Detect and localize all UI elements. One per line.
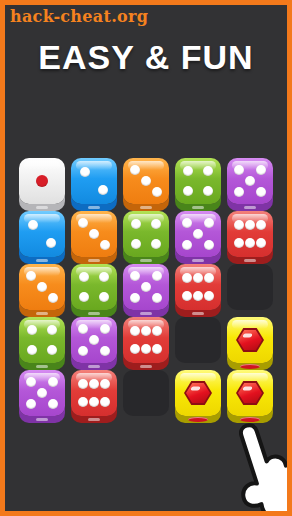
pip	[152, 326, 162, 336]
pip	[37, 282, 47, 292]
pip	[28, 220, 38, 230]
pip	[130, 326, 140, 336]
die-white-1-r1c1[interactable]	[19, 158, 65, 204]
pip	[182, 218, 192, 228]
die-green-4-r2c3[interactable]	[123, 211, 169, 257]
die-red-6-r4c3[interactable]	[123, 317, 169, 363]
pip	[89, 229, 99, 239]
pip	[47, 345, 57, 355]
pip	[27, 325, 37, 335]
pip	[234, 238, 244, 248]
pip	[152, 271, 162, 281]
pip	[36, 175, 48, 187]
pip	[182, 240, 192, 250]
pip	[100, 379, 110, 389]
pip	[183, 166, 193, 176]
die-blue-2-r1c2[interactable]	[71, 158, 117, 204]
pip	[256, 220, 266, 230]
die-purple-5-r5c1[interactable]	[19, 370, 65, 416]
pip	[256, 238, 266, 248]
pip	[141, 282, 151, 292]
die-green-4-r3c2[interactable]	[71, 264, 117, 310]
die-red-6-r5c2[interactable]	[71, 370, 117, 416]
pip	[151, 239, 161, 249]
pip	[131, 239, 141, 249]
pip	[234, 187, 244, 197]
pip	[204, 273, 214, 283]
pip	[193, 273, 203, 283]
pip	[46, 238, 56, 248]
pip	[26, 377, 36, 387]
pip	[130, 165, 140, 175]
pip	[26, 271, 36, 281]
pip	[203, 186, 213, 196]
pip	[130, 293, 140, 303]
pip	[151, 219, 161, 229]
pip	[100, 397, 110, 407]
gem-icon	[236, 381, 264, 406]
pip	[78, 379, 88, 389]
pip	[256, 165, 266, 175]
empty-slot-r3c5[interactable]	[227, 264, 273, 310]
pip	[98, 185, 108, 195]
pip	[47, 325, 57, 335]
die-red-6-r2c5[interactable]	[227, 211, 273, 257]
pip	[78, 397, 88, 407]
gem-icon	[236, 328, 264, 353]
pip	[182, 273, 192, 283]
pip	[193, 229, 203, 239]
pip	[130, 271, 140, 281]
pip	[26, 399, 36, 409]
pip	[245, 238, 255, 248]
die-yellow-gem-r5c4[interactable]	[175, 370, 221, 416]
pip	[48, 293, 58, 303]
pip	[193, 291, 203, 301]
die-yellow-gem-r4c5[interactable]	[227, 317, 273, 363]
pip	[48, 377, 58, 387]
die-purple-5-r4c2[interactable]	[71, 317, 117, 363]
pip	[182, 291, 192, 301]
pip	[89, 335, 99, 345]
pip	[79, 272, 89, 282]
pip	[37, 388, 47, 398]
die-purple-5-r2c4[interactable]	[175, 211, 221, 257]
pip	[141, 176, 151, 186]
game-screen: hack-cheat.org EASY & FUN	[0, 0, 292, 516]
pip	[141, 326, 151, 336]
pip	[203, 166, 213, 176]
die-red-6-r3c4[interactable]	[175, 264, 221, 310]
pointing-hand-cursor	[208, 416, 292, 516]
pip	[131, 219, 141, 229]
die-purple-5-r1c5[interactable]	[227, 158, 273, 204]
board-grid	[19, 158, 273, 416]
die-orange-3-r1c3[interactable]	[123, 158, 169, 204]
pip	[89, 379, 99, 389]
pip	[152, 293, 162, 303]
pip	[48, 399, 58, 409]
pip	[245, 220, 255, 230]
pip	[245, 176, 255, 186]
pip	[204, 291, 214, 301]
pip	[204, 240, 214, 250]
pip	[100, 324, 110, 334]
die-blue-2-r2c1[interactable]	[19, 211, 65, 257]
die-green-4-r1c4[interactable]	[175, 158, 221, 204]
pip	[99, 272, 109, 282]
pip	[141, 344, 151, 354]
pip	[78, 346, 88, 356]
pip	[80, 167, 90, 177]
pip	[78, 324, 88, 334]
pip	[27, 345, 37, 355]
pip	[152, 187, 162, 197]
empty-slot-r4c4[interactable]	[175, 317, 221, 363]
empty-slot-r5c3[interactable]	[123, 370, 169, 416]
pip	[78, 218, 88, 228]
pip	[234, 220, 244, 230]
pip	[183, 186, 193, 196]
pip	[100, 346, 110, 356]
die-green-4-r4c1[interactable]	[19, 317, 65, 363]
pip	[152, 344, 162, 354]
gem-icon	[184, 381, 212, 406]
die-orange-3-r2c2[interactable]	[71, 211, 117, 257]
page-title: EASY & FUN	[5, 38, 287, 77]
pip	[79, 292, 89, 302]
pip	[99, 292, 109, 302]
die-purple-5-r3c3[interactable]	[123, 264, 169, 310]
die-yellow-gem-r5c5[interactable]	[227, 370, 273, 416]
pip	[204, 218, 214, 228]
pip	[89, 397, 99, 407]
pip	[234, 165, 244, 175]
pip	[130, 344, 140, 354]
watermark-text: hack-cheat.org	[10, 7, 148, 26]
die-orange-3-r3c1[interactable]	[19, 264, 65, 310]
pip	[256, 187, 266, 197]
pip	[100, 240, 110, 250]
